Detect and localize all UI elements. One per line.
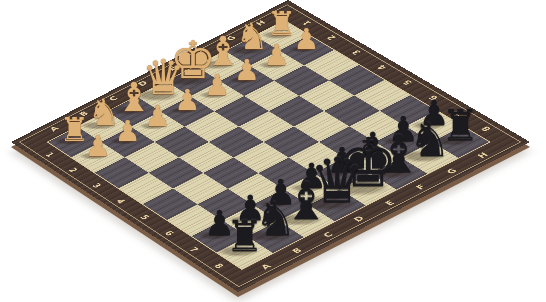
file-label-c-far: C: [108, 95, 120, 102]
file-label-e-near: E: [384, 200, 397, 207]
file-label-d-near: D: [352, 215, 366, 223]
file-label-f-near: F: [415, 184, 428, 191]
file-label-f-far: F: [196, 50, 208, 57]
chess-board: AA11BB22CC33DD44EE55FF66GG77HH88: [11, 0, 530, 292]
rank-label-6-right: 6: [427, 94, 440, 101]
rank-label-8-left: 8: [212, 263, 225, 270]
rank-label-1-left: 1: [43, 152, 55, 159]
rank-label-8-right: 8: [480, 125, 493, 132]
rank-label-7-left: 7: [187, 246, 200, 253]
rank-label-7-right: 7: [454, 109, 467, 116]
rank-label-1-right: 1: [301, 19, 313, 26]
rank-label-2-right: 2: [326, 34, 338, 41]
rank-label-4-left: 4: [114, 198, 126, 205]
rank-label-2-left: 2: [66, 167, 78, 174]
file-label-c-near: C: [322, 231, 335, 238]
file-label-h-near: H: [476, 152, 490, 160]
rank-label-3-right: 3: [351, 49, 364, 56]
chess-photo-scene: AA11BB22CC33DD44EE55FF66GG77HH88 ♜♞♝♛♚♝♞…: [0, 0, 546, 302]
rank-label-5-right: 5: [402, 79, 415, 86]
file-label-g-far: G: [225, 35, 238, 42]
file-label-d-far: D: [137, 80, 150, 87]
file-label-h-far: H: [255, 20, 268, 27]
file-label-a-near: A: [260, 263, 273, 271]
file-label-e-far: E: [167, 65, 179, 72]
file-label-b-far: B: [78, 110, 90, 117]
file-label-g-near: G: [445, 168, 459, 176]
rank-label-3-left: 3: [90, 182, 102, 189]
file-label-b-near: B: [291, 247, 304, 255]
rank-label-5-left: 5: [138, 214, 151, 221]
rank-label-4-right: 4: [376, 64, 389, 71]
file-label-a-far: A: [49, 126, 61, 133]
playing-area: [47, 20, 491, 270]
rank-label-6-left: 6: [162, 230, 175, 237]
